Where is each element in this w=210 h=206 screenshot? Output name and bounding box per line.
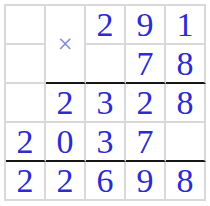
cell-r3c5: 8 — [166, 84, 206, 123]
cell-r5c4: 9 — [126, 162, 166, 201]
cell-r5c3: 6 — [86, 162, 126, 201]
cell-r5c5: 8 — [166, 162, 206, 201]
multiplication-grid: ×291782328203722698 — [4, 4, 206, 201]
cell-r2c5: 8 — [166, 45, 206, 84]
cell-r4c4: 7 — [126, 123, 166, 162]
cell-r3c2: 2 — [46, 84, 86, 123]
cell-r1c4: 9 — [126, 6, 166, 45]
cell-r2c4: 7 — [126, 45, 166, 84]
cell-r3c1 — [6, 84, 46, 123]
cell-r1c3: 2 — [86, 6, 126, 45]
cell-r5c1: 2 — [6, 162, 46, 201]
cell-r4c2: 0 — [46, 123, 86, 162]
cell-r5c2: 2 — [46, 162, 86, 201]
cell-r2c1 — [6, 45, 46, 84]
cell-r1c5: 1 — [166, 6, 206, 45]
cell-r2c3 — [86, 45, 126, 84]
cell-r4c3: 3 — [86, 123, 126, 162]
cell-r1c1 — [6, 6, 46, 45]
cell-r3c3: 3 — [86, 84, 126, 123]
cell-r3c4: 2 — [126, 84, 166, 123]
cell-r4c1: 2 — [6, 123, 46, 162]
operator-cell: × — [46, 6, 86, 84]
cell-r4c5 — [166, 123, 206, 162]
